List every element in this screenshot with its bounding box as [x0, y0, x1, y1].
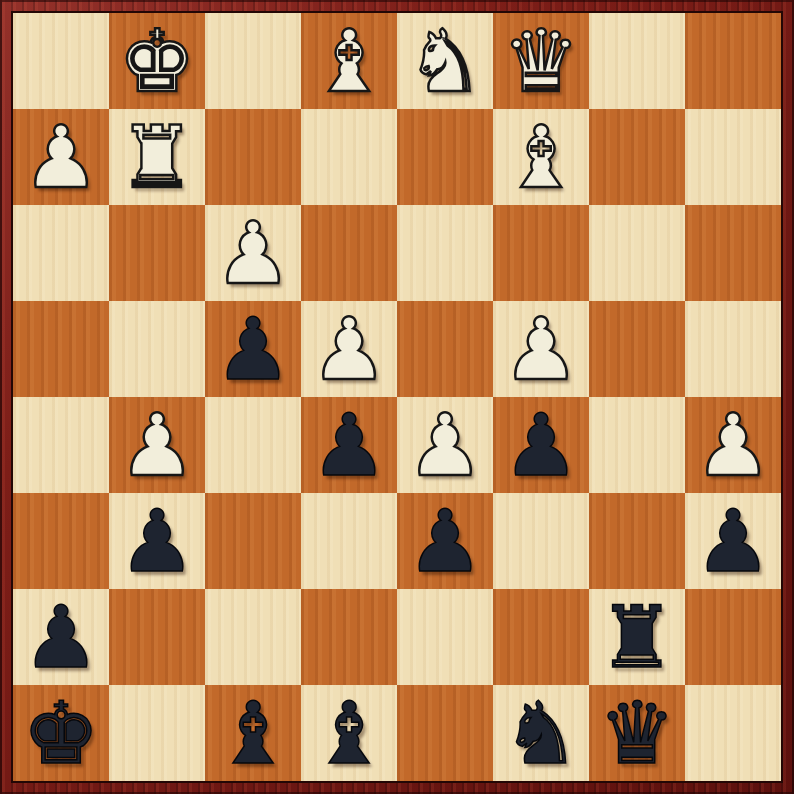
board-frame: ♚♝♞♛♟♜♝♟♟♟♟♟♟♟♟♟♟♟♟♟♜♚♝♝♞♛ [0, 0, 794, 794]
square-b4[interactable]: ♟ [109, 397, 205, 493]
white-bishop-piece[interactable]: ♝ [310, 13, 387, 109]
square-g6[interactable] [589, 205, 685, 301]
square-g7[interactable] [589, 109, 685, 205]
square-c8[interactable] [205, 13, 301, 109]
square-g8[interactable] [589, 13, 685, 109]
square-e1[interactable] [397, 685, 493, 781]
square-d3[interactable] [301, 493, 397, 589]
white-knight-piece[interactable]: ♞ [406, 13, 483, 109]
black-pawn-piece[interactable]: ♟ [214, 301, 291, 397]
square-d7[interactable] [301, 109, 397, 205]
white-bishop-piece[interactable]: ♝ [502, 109, 579, 205]
square-a6[interactable] [13, 205, 109, 301]
square-a7[interactable]: ♟ [13, 109, 109, 205]
square-c1[interactable]: ♝ [205, 685, 301, 781]
white-king-piece[interactable]: ♚ [118, 13, 195, 109]
square-e4[interactable]: ♟ [397, 397, 493, 493]
square-a5[interactable] [13, 301, 109, 397]
black-king-piece[interactable]: ♚ [22, 685, 99, 781]
square-e8[interactable]: ♞ [397, 13, 493, 109]
square-b7[interactable]: ♜ [109, 109, 205, 205]
square-h4[interactable]: ♟ [685, 397, 781, 493]
square-a4[interactable] [13, 397, 109, 493]
white-pawn-piece[interactable]: ♟ [502, 301, 579, 397]
square-a8[interactable] [13, 13, 109, 109]
square-e5[interactable] [397, 301, 493, 397]
square-h6[interactable] [685, 205, 781, 301]
square-a2[interactable]: ♟ [13, 589, 109, 685]
white-rook-piece[interactable]: ♜ [118, 109, 195, 205]
chess-board: ♚♝♞♛♟♜♝♟♟♟♟♟♟♟♟♟♟♟♟♟♜♚♝♝♞♛ [13, 13, 781, 781]
square-h1[interactable] [685, 685, 781, 781]
square-g3[interactable] [589, 493, 685, 589]
square-g2[interactable]: ♜ [589, 589, 685, 685]
black-pawn-piece[interactable]: ♟ [406, 493, 483, 589]
black-bishop-piece[interactable]: ♝ [310, 685, 387, 781]
black-rook-piece[interactable]: ♜ [598, 589, 675, 685]
square-c3[interactable] [205, 493, 301, 589]
square-b2[interactable] [109, 589, 205, 685]
square-c4[interactable] [205, 397, 301, 493]
square-f2[interactable] [493, 589, 589, 685]
square-e2[interactable] [397, 589, 493, 685]
square-b5[interactable] [109, 301, 205, 397]
square-b6[interactable] [109, 205, 205, 301]
black-bishop-piece[interactable]: ♝ [214, 685, 291, 781]
square-g5[interactable] [589, 301, 685, 397]
black-pawn-piece[interactable]: ♟ [118, 493, 195, 589]
square-b1[interactable] [109, 685, 205, 781]
square-c2[interactable] [205, 589, 301, 685]
black-pawn-piece[interactable]: ♟ [22, 589, 99, 685]
square-b8[interactable]: ♚ [109, 13, 205, 109]
white-pawn-piece[interactable]: ♟ [406, 397, 483, 493]
square-a3[interactable] [13, 493, 109, 589]
square-f4[interactable]: ♟ [493, 397, 589, 493]
square-b3[interactable]: ♟ [109, 493, 205, 589]
square-h3[interactable]: ♟ [685, 493, 781, 589]
black-queen-piece[interactable]: ♛ [598, 685, 675, 781]
square-h2[interactable] [685, 589, 781, 685]
square-e6[interactable] [397, 205, 493, 301]
square-d6[interactable] [301, 205, 397, 301]
square-d2[interactable] [301, 589, 397, 685]
black-pawn-piece[interactable]: ♟ [694, 493, 771, 589]
square-c7[interactable] [205, 109, 301, 205]
black-pawn-piece[interactable]: ♟ [310, 397, 387, 493]
square-f6[interactable] [493, 205, 589, 301]
square-d1[interactable]: ♝ [301, 685, 397, 781]
square-f1[interactable]: ♞ [493, 685, 589, 781]
square-g1[interactable]: ♛ [589, 685, 685, 781]
square-g4[interactable] [589, 397, 685, 493]
square-d5[interactable]: ♟ [301, 301, 397, 397]
white-queen-piece[interactable]: ♛ [502, 13, 579, 109]
square-e3[interactable]: ♟ [397, 493, 493, 589]
white-pawn-piece[interactable]: ♟ [22, 109, 99, 205]
square-c6[interactable]: ♟ [205, 205, 301, 301]
square-d8[interactable]: ♝ [301, 13, 397, 109]
square-d4[interactable]: ♟ [301, 397, 397, 493]
square-a1[interactable]: ♚ [13, 685, 109, 781]
white-pawn-piece[interactable]: ♟ [118, 397, 195, 493]
square-f5[interactable]: ♟ [493, 301, 589, 397]
square-f7[interactable]: ♝ [493, 109, 589, 205]
square-c5[interactable]: ♟ [205, 301, 301, 397]
square-f8[interactable]: ♛ [493, 13, 589, 109]
square-e7[interactable] [397, 109, 493, 205]
square-h5[interactable] [685, 301, 781, 397]
square-h8[interactable] [685, 13, 781, 109]
white-pawn-piece[interactable]: ♟ [214, 205, 291, 301]
white-pawn-piece[interactable]: ♟ [694, 397, 771, 493]
square-f3[interactable] [493, 493, 589, 589]
square-h7[interactable] [685, 109, 781, 205]
black-knight-piece[interactable]: ♞ [502, 685, 579, 781]
black-pawn-piece[interactable]: ♟ [502, 397, 579, 493]
white-pawn-piece[interactable]: ♟ [310, 301, 387, 397]
